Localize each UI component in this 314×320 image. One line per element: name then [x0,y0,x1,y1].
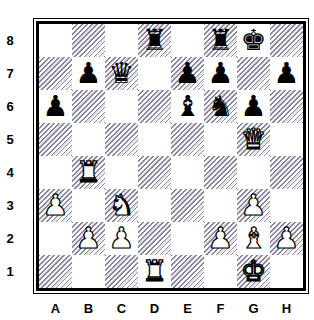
square-e7[interactable]: ♟ [171,57,204,90]
piece-black-pawn: ♟ [175,57,201,90]
square-a3[interactable]: ♟ [39,189,72,222]
square-g1[interactable]: ♚ [237,255,270,288]
rank-label-8: 8 [3,33,17,49]
square-e6[interactable]: ♝ [171,90,204,123]
rank-label-7: 7 [3,66,17,82]
piece-white-rook: ♜ [142,255,168,288]
square-d8[interactable]: ♜ [138,24,171,57]
rank-label-4: 4 [3,165,17,181]
square-e5[interactable] [171,123,204,156]
board-frame: ♜♜♚♟♛♟♟♟♟♝♞♟♛♜♟♞♟♟♟♟♝♟♜♚ [33,18,309,294]
piece-black-rook: ♜ [142,24,168,57]
file-label-h: H [280,301,294,317]
square-f6[interactable]: ♞ [204,90,237,123]
piece-white-knight: ♞ [109,189,135,222]
square-h4[interactable] [270,156,303,189]
file-label-g: G [247,301,261,317]
piece-white-pawn: ♟ [241,189,267,222]
piece-white-pawn: ♟ [208,222,234,255]
square-b1[interactable] [72,255,105,288]
piece-white-pawn: ♟ [274,222,300,255]
square-e8[interactable] [171,24,204,57]
square-d6[interactable] [138,90,171,123]
square-c7[interactable]: ♛ [105,57,138,90]
square-e2[interactable] [171,222,204,255]
square-c3[interactable]: ♞ [105,189,138,222]
piece-white-bishop: ♝ [241,222,267,255]
piece-white-king: ♚ [241,255,267,288]
square-a1[interactable] [39,255,72,288]
piece-black-bishop: ♝ [175,90,201,123]
piece-black-pawn: ♟ [43,90,69,123]
square-f7[interactable]: ♟ [204,57,237,90]
square-g6[interactable]: ♟ [237,90,270,123]
square-f8[interactable]: ♜ [204,24,237,57]
piece-black-pawn: ♟ [241,90,267,123]
square-d1[interactable]: ♜ [138,255,171,288]
square-a5[interactable] [39,123,72,156]
square-b3[interactable] [72,189,105,222]
square-d7[interactable] [138,57,171,90]
piece-black-pawn: ♟ [274,57,300,90]
chess-diagram: 87654321 ♜♜♚♟♛♟♟♟♟♝♞♟♛♜♟♞♟♟♟♟♝♟♜♚ ABCDEF… [0,0,314,320]
square-c4[interactable] [105,156,138,189]
square-h8[interactable] [270,24,303,57]
square-h3[interactable] [270,189,303,222]
file-label-f: F [214,301,228,317]
square-h2[interactable]: ♟ [270,222,303,255]
square-c6[interactable] [105,90,138,123]
square-f2[interactable]: ♟ [204,222,237,255]
file-label-c: C [115,301,129,317]
piece-white-pawn: ♟ [43,189,69,222]
piece-white-pawn: ♟ [109,222,135,255]
file-label-b: B [82,301,96,317]
square-e1[interactable] [171,255,204,288]
square-d2[interactable] [138,222,171,255]
piece-black-pawn: ♟ [76,57,102,90]
square-b8[interactable] [72,24,105,57]
square-g7[interactable] [237,57,270,90]
piece-white-queen: ♛ [241,123,267,156]
square-d3[interactable] [138,189,171,222]
square-f5[interactable] [204,123,237,156]
piece-black-pawn: ♟ [208,57,234,90]
square-a7[interactable] [39,57,72,90]
rank-label-3: 3 [3,198,17,214]
square-h5[interactable] [270,123,303,156]
piece-white-pawn: ♟ [76,222,102,255]
square-c8[interactable] [105,24,138,57]
rank-label-5: 5 [3,132,17,148]
square-a2[interactable] [39,222,72,255]
square-e3[interactable] [171,189,204,222]
square-h1[interactable] [270,255,303,288]
piece-white-rook: ♜ [76,156,102,189]
square-g2[interactable]: ♝ [237,222,270,255]
chess-board: ♜♜♚♟♛♟♟♟♟♝♞♟♛♜♟♞♟♟♟♟♝♟♜♚ [36,21,306,291]
rank-label-2: 2 [3,231,17,247]
piece-black-king: ♚ [241,24,267,57]
square-b4[interactable]: ♜ [72,156,105,189]
rank-label-1: 1 [3,264,17,280]
square-b7[interactable]: ♟ [72,57,105,90]
square-g8[interactable]: ♚ [237,24,270,57]
piece-black-queen: ♛ [109,57,135,90]
square-a4[interactable] [39,156,72,189]
rank-label-6: 6 [3,99,17,115]
square-a6[interactable]: ♟ [39,90,72,123]
square-b5[interactable] [72,123,105,156]
square-d5[interactable] [138,123,171,156]
square-e4[interactable] [171,156,204,189]
piece-black-rook: ♜ [208,24,234,57]
square-f4[interactable] [204,156,237,189]
square-b2[interactable]: ♟ [72,222,105,255]
file-label-e: E [181,301,195,317]
file-label-a: A [49,301,63,317]
square-c2[interactable]: ♟ [105,222,138,255]
square-h7[interactable]: ♟ [270,57,303,90]
square-g4[interactable] [237,156,270,189]
square-h6[interactable] [270,90,303,123]
file-label-d: D [148,301,162,317]
piece-black-knight: ♞ [208,90,234,123]
square-g5[interactable]: ♛ [237,123,270,156]
square-f3[interactable] [204,189,237,222]
square-a8[interactable] [39,24,72,57]
square-c5[interactable] [105,123,138,156]
square-f1[interactable] [204,255,237,288]
square-b6[interactable] [72,90,105,123]
square-c1[interactable] [105,255,138,288]
square-g3[interactable]: ♟ [237,189,270,222]
square-d4[interactable] [138,156,171,189]
